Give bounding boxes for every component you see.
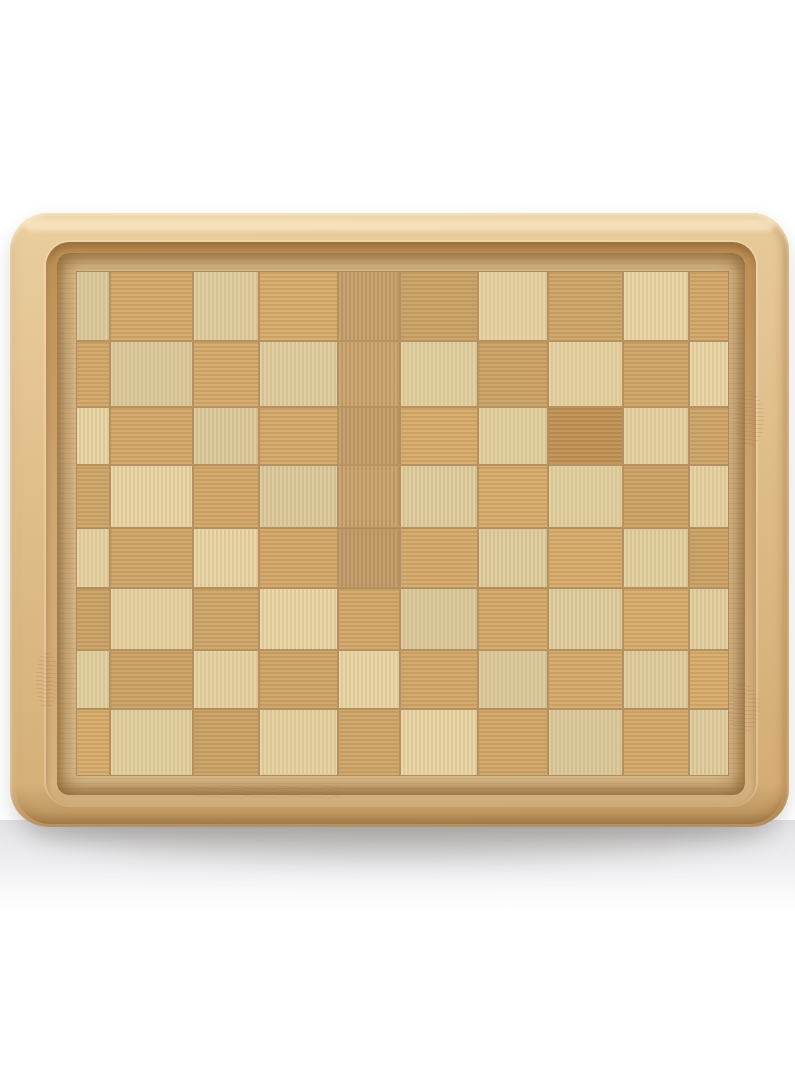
board-square: [401, 342, 477, 405]
board-square: [260, 272, 336, 340]
board-square: [77, 710, 109, 775]
board-square: [194, 651, 259, 708]
board-square: [690, 710, 728, 775]
board-square: [77, 529, 109, 587]
board-square: [194, 272, 259, 340]
board-square: [479, 651, 547, 708]
board-square: [479, 342, 547, 405]
board-square: [77, 408, 109, 465]
board-square: [624, 589, 688, 649]
board-square: [111, 651, 192, 708]
board-square: [339, 529, 399, 587]
board-square: [77, 342, 109, 405]
board-square: [194, 710, 259, 775]
board-square: [339, 342, 399, 405]
board-square: [549, 272, 621, 340]
board-square: [690, 651, 728, 708]
board-square: [111, 272, 192, 340]
board-square: [77, 272, 109, 340]
board-square: [194, 466, 259, 526]
board-square: [479, 589, 547, 649]
board-square: [194, 529, 259, 587]
board-square: [111, 342, 192, 405]
board-square: [624, 529, 688, 587]
board-square: [690, 589, 728, 649]
board-square: [111, 710, 192, 775]
board-square: [194, 342, 259, 405]
board-square: [549, 408, 621, 465]
board-square: [624, 272, 688, 340]
board-square: [77, 651, 109, 708]
board-square: [549, 651, 621, 708]
checkerboard: [77, 272, 728, 775]
board-square: [690, 342, 728, 405]
board-square: [549, 710, 621, 775]
wood-knot-mark: [727, 683, 759, 733]
board-square: [111, 529, 192, 587]
board-square: [624, 342, 688, 405]
product-photo: [0, 0, 795, 1089]
rim-front-shading: [16, 784, 783, 824]
board-square: [401, 710, 477, 775]
board-square: [690, 408, 728, 465]
board-square: [194, 589, 259, 649]
board-square: [549, 342, 621, 405]
board-square: [624, 710, 688, 775]
board-square: [479, 272, 547, 340]
board-square: [339, 272, 399, 340]
board-square: [194, 408, 259, 465]
board-square: [479, 408, 547, 465]
board-square: [549, 466, 621, 526]
wood-knot-mark: [36, 651, 58, 709]
board-square: [77, 589, 109, 649]
board-square: [260, 408, 336, 465]
board-square: [690, 272, 728, 340]
board-square: [401, 651, 477, 708]
board-square: [401, 589, 477, 649]
board-square: [339, 589, 399, 649]
board-square: [260, 651, 336, 708]
board-square: [401, 466, 477, 526]
board-square: [339, 710, 399, 775]
board-square: [339, 408, 399, 465]
board-square: [479, 466, 547, 526]
board-square: [690, 466, 728, 526]
wood-knot-mark: [734, 391, 764, 447]
board-square: [339, 466, 399, 526]
board-square: [77, 466, 109, 526]
board-square: [260, 529, 336, 587]
board-square: [549, 529, 621, 587]
board-square: [624, 408, 688, 465]
board-square: [339, 651, 399, 708]
board-square: [690, 529, 728, 587]
board-square: [260, 710, 336, 775]
rim-highlight: [24, 218, 775, 231]
board-square: [260, 466, 336, 526]
board-square: [479, 529, 547, 587]
board-square: [111, 589, 192, 649]
board-square: [479, 710, 547, 775]
board-square: [260, 589, 336, 649]
board-square: [624, 466, 688, 526]
board-square: [549, 589, 621, 649]
board-square: [401, 408, 477, 465]
board-square: [111, 466, 192, 526]
board-square: [111, 408, 192, 465]
board-square: [624, 651, 688, 708]
board-square: [260, 342, 336, 405]
board-square: [401, 272, 477, 340]
board-square: [401, 529, 477, 587]
